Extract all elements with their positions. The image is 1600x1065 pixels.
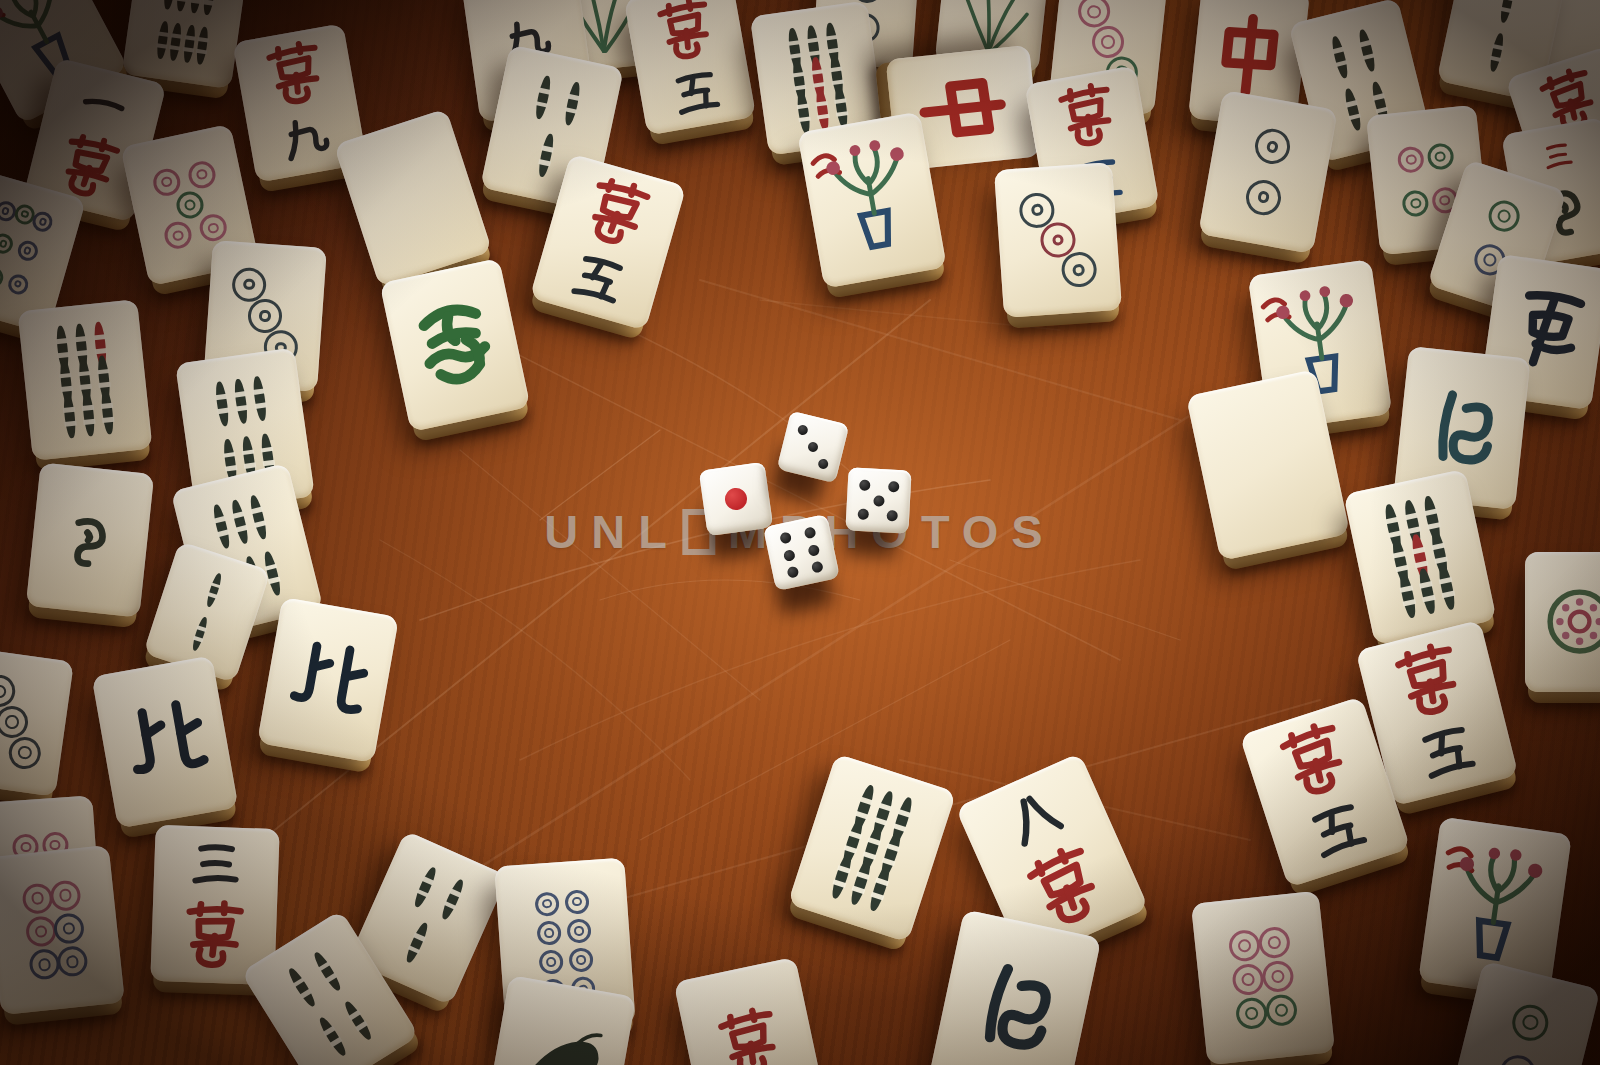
circle-pip: [1060, 251, 1097, 288]
tile-face: [674, 957, 827, 1065]
circle-pip: [7, 735, 43, 771]
bamboo-stick: [196, 26, 210, 65]
die-showing-5: [845, 467, 911, 533]
bamboo-stick: [563, 81, 582, 126]
mahjong-tile-south-cursive: [929, 909, 1102, 1065]
bird-drawing: [490, 990, 629, 1065]
mahjong-tile-circle2-wheel: [1198, 90, 1338, 254]
mahjong-tile-bamboo8-top: [122, 0, 249, 89]
circle-pip: [151, 166, 183, 198]
wan-glyph: [705, 999, 795, 1065]
die-pip: [803, 526, 816, 539]
number-glyph: [186, 834, 247, 895]
mahjong-tile-north-wind-a: [92, 656, 239, 829]
circle-pips: [1200, 901, 1327, 1055]
bamboo-stick: [169, 22, 183, 61]
bamboo-stick: [176, 0, 190, 12]
mahjong-tile-green-dragon: [380, 258, 531, 432]
circle-pip: [1228, 928, 1262, 962]
mahjong-tile-flower-vase-a: [797, 111, 947, 288]
bamboo-stick: [833, 86, 849, 129]
mahjong-tile-north-wind-b: [257, 597, 399, 763]
circle-pips: [1002, 171, 1115, 308]
flower-drawing: [793, 121, 950, 278]
bamboo-stick: [1417, 568, 1437, 615]
bamboo-stick: [233, 378, 249, 424]
circle-pip: [1426, 142, 1455, 171]
north-wind-a-glyph: [106, 683, 224, 801]
tile-face: [624, 0, 756, 136]
bamboo-stick: [205, 572, 223, 608]
bamboo-stick: [252, 376, 268, 422]
circle-pip: [0, 673, 17, 709]
circle-pip: [49, 879, 82, 912]
bamboo-sprout-glyph: [49, 499, 131, 581]
circle-pip: [247, 298, 283, 334]
die-pip: [779, 531, 792, 544]
mahjong-tile-bamboo9-b: [788, 753, 957, 942]
circle-pip: [1509, 1001, 1553, 1045]
bamboo-stick: [1357, 28, 1377, 72]
bamboo-sticks: [1353, 479, 1488, 634]
tile-face: [122, 0, 249, 89]
mahjong-tile-wan-red-bottom: [674, 957, 827, 1065]
circle-pip: [1402, 189, 1431, 218]
bamboo-stick: [829, 852, 854, 900]
circle-pip: [186, 158, 218, 190]
bamboo-stick: [311, 951, 343, 994]
mahjong-tile-season-wreath: [1525, 552, 1600, 692]
tile-face: [380, 258, 531, 432]
tile-face: [257, 597, 399, 763]
bamboo-stick: [248, 494, 269, 540]
number-glyph: [275, 108, 338, 171]
mahjong-tile-bamboo9-left: [17, 299, 152, 461]
bamboo-stick: [815, 88, 831, 131]
circle-pip: [28, 948, 61, 981]
bamboo-stick: [1343, 88, 1363, 132]
tile-face: [0, 647, 74, 796]
circle-pip: [1397, 145, 1426, 174]
bamboo-sticks: [26, 309, 145, 451]
die-pip: [857, 508, 869, 520]
die-showing-6: [762, 513, 839, 590]
circle-pip: [1257, 925, 1291, 959]
circle-pip: [231, 266, 267, 302]
die-pip: [724, 487, 749, 512]
wan-glyph: [645, 0, 725, 71]
circle-pip: [1485, 196, 1524, 235]
bamboo-stick: [100, 389, 115, 435]
circle-pip: [24, 915, 57, 948]
bamboo-stick: [404, 921, 431, 964]
bamboo-stick: [1330, 35, 1350, 79]
tile-face: [1198, 90, 1338, 254]
mahjong-table-photo: UNLMPHOTOS: [0, 0, 1600, 1065]
mahjong-tile-circle6-left: [0, 845, 125, 1015]
bamboo-stick: [230, 499, 251, 545]
bamboo-stick: [81, 391, 96, 437]
tile-body: [0, 845, 125, 1015]
tile-face: [929, 909, 1102, 1065]
circle-pip: [538, 949, 564, 975]
circle-pip: [536, 920, 562, 946]
circle-pips: [1457, 971, 1591, 1065]
circle-pip: [0, 231, 16, 256]
watermark-text-left: UNL: [544, 504, 680, 559]
circle-pip: [568, 947, 594, 973]
tile-body: [122, 0, 249, 89]
bamboo-stick: [412, 865, 439, 908]
bamboo-stick: [214, 381, 230, 427]
circle-pip: [1264, 993, 1298, 1027]
circle-pip: [1077, 0, 1112, 29]
bamboo-stick: [867, 865, 892, 913]
red-char-glyph: [1538, 136, 1578, 176]
tile-body: [26, 462, 154, 617]
bamboo-stick: [62, 393, 77, 439]
circle-pip: [6, 272, 31, 297]
die-pip: [887, 480, 899, 492]
bamboo-sticks: [798, 765, 946, 932]
die-showing-3: [777, 411, 850, 484]
die-pip: [782, 548, 795, 561]
mahjong-tile-circle6-a: [1191, 891, 1335, 1065]
mahjong-tile-bamboo1-sprout: [26, 462, 154, 617]
die-pip: [858, 479, 870, 491]
circle-pip: [1243, 177, 1284, 218]
tile-face: [994, 162, 1122, 318]
wreath-drawing: [1525, 567, 1600, 676]
bamboo-stick: [1488, 33, 1505, 73]
tile-body: [1525, 552, 1600, 692]
tile-body: [797, 111, 947, 288]
bamboo-stick: [537, 133, 556, 178]
mahjong-tile-circle3-left-edge: [0, 647, 74, 796]
tile-face: [26, 462, 154, 617]
mahjong-tile-wan-red-top: [624, 0, 756, 136]
circle-pip: [21, 882, 54, 915]
die-pip: [872, 494, 884, 506]
number-glyph: [1410, 717, 1484, 791]
bamboo-stick: [1436, 564, 1456, 611]
circle-pip: [53, 912, 86, 945]
north-wind-b-glyph: [271, 623, 384, 736]
tile-body: [1198, 90, 1338, 254]
circle-pip: [1261, 959, 1295, 993]
die-pip: [807, 441, 819, 453]
tile-body: [1191, 891, 1335, 1065]
bamboo-stick: [202, 0, 216, 16]
number-glyph: [666, 63, 727, 124]
bamboo-stick: [189, 0, 203, 14]
bamboo-stick: [796, 91, 812, 134]
bamboo-stick: [317, 1015, 349, 1058]
bamboo-stick: [155, 20, 169, 59]
tile-body: [674, 957, 827, 1065]
tile-body: [994, 162, 1122, 318]
bamboo-sticks: [129, 0, 241, 81]
red-dragon-b-glyph: [1196, 2, 1302, 108]
circle-pip: [1090, 24, 1125, 59]
tile-face: [0, 845, 125, 1015]
tile-body: [929, 909, 1102, 1065]
wan-glyph: [1381, 633, 1478, 730]
circle-pip: [1235, 997, 1269, 1031]
bamboo-stick: [533, 75, 552, 120]
circle-pip: [56, 945, 89, 978]
circle-pip: [1252, 126, 1293, 167]
die-pip: [817, 458, 829, 470]
number-glyph: [562, 244, 633, 315]
wan-glyph: [254, 34, 336, 116]
circle-pip: [1231, 962, 1265, 996]
die-pip: [786, 565, 799, 578]
circle-pip: [564, 889, 590, 915]
mahjong-tile-circle3-wheel-a: [994, 162, 1122, 318]
green-dragon-glyph: [392, 282, 518, 408]
wan-glyph: [174, 896, 255, 977]
bamboo-stick: [191, 616, 209, 652]
white-cursive-tile-glyph: [1407, 373, 1517, 483]
die-pip: [797, 424, 809, 436]
circle-pip: [1496, 1052, 1540, 1065]
circle-pip: [174, 189, 206, 221]
circle-pip: [0, 265, 6, 290]
bamboo-stick: [342, 999, 374, 1042]
tile-face: [797, 111, 947, 288]
circle-pips: [0, 855, 117, 1005]
wan-glyph: [1046, 76, 1128, 158]
circle-pip: [534, 891, 560, 917]
die-pip: [886, 509, 898, 521]
circle-pip: [0, 704, 30, 740]
tile-face: [1525, 552, 1600, 692]
bamboo-stick: [848, 858, 873, 906]
bamboo-stick: [211, 503, 232, 549]
tile-face: [92, 656, 239, 829]
circle-pips: [0, 656, 67, 788]
number-glyph: [71, 71, 136, 136]
circle-pips: [1207, 100, 1330, 244]
bamboo-stick: [287, 966, 319, 1009]
die-showing-1: [699, 462, 774, 537]
bamboo-stick: [162, 0, 176, 10]
tile-face: [1191, 891, 1335, 1065]
south-cursive-glyph: [948, 941, 1083, 1065]
tile-body: [0, 647, 74, 796]
tile-face: [17, 299, 152, 461]
bamboo-stick: [182, 24, 196, 63]
tile-body: [92, 656, 239, 829]
circle-pip: [15, 238, 40, 263]
bamboo-stick: [1398, 572, 1418, 619]
circle-pip: [566, 918, 592, 944]
tile-body: [380, 258, 531, 432]
bamboo-stick: [1499, 0, 1516, 23]
tile-body: [624, 0, 756, 136]
bamboo-stick: [439, 877, 466, 920]
circle-pips: [0, 179, 78, 324]
circle-pip: [162, 220, 194, 252]
die-pip: [807, 543, 820, 556]
tile-body: [17, 299, 152, 461]
die-pip: [810, 560, 823, 573]
tile-body: [257, 597, 399, 763]
